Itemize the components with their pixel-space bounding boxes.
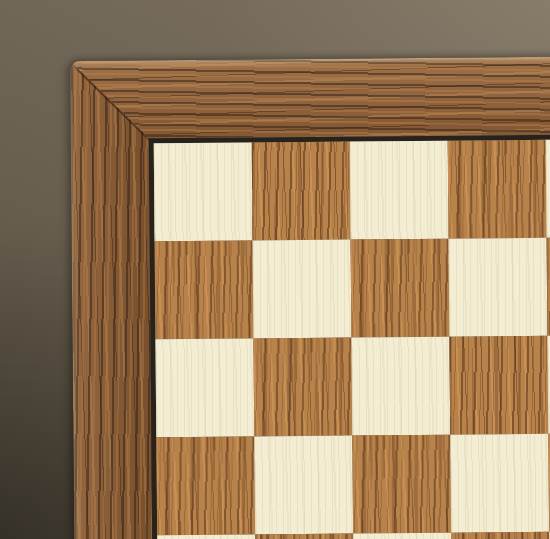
- board-square[interactable]: [449, 238, 548, 337]
- board-square[interactable]: [350, 141, 449, 240]
- board-square[interactable]: [254, 436, 353, 535]
- chess-board: [70, 56, 550, 539]
- board-square[interactable]: [351, 239, 450, 338]
- board-square[interactable]: [547, 237, 550, 336]
- board-square[interactable]: [157, 534, 256, 539]
- board-frame-top: [70, 56, 550, 139]
- board-square[interactable]: [253, 338, 352, 437]
- board-square[interactable]: [156, 436, 255, 535]
- board-square[interactable]: [546, 139, 550, 238]
- board-square[interactable]: [154, 142, 253, 241]
- board-square[interactable]: [451, 532, 550, 539]
- board-square[interactable]: [449, 336, 548, 435]
- board-square[interactable]: [353, 533, 452, 539]
- board-square[interactable]: [155, 240, 254, 339]
- playing-area: [149, 134, 550, 539]
- board-square[interactable]: [450, 434, 549, 533]
- board-square[interactable]: [255, 534, 354, 539]
- board-square[interactable]: [448, 140, 547, 239]
- board-square[interactable]: [252, 142, 351, 241]
- board-square[interactable]: [253, 240, 352, 339]
- board-square[interactable]: [155, 338, 254, 437]
- board-square[interactable]: [352, 435, 451, 534]
- board-square[interactable]: [351, 337, 450, 436]
